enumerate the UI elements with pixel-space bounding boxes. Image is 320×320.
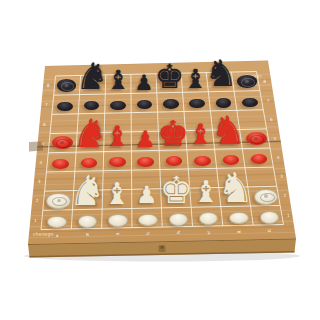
rank-label-left: 7 (45, 102, 48, 107)
file-label-bottom: ๘ (268, 228, 272, 233)
rank-label-right: 8 (263, 79, 266, 84)
clasp-hole (161, 246, 164, 249)
rank-label-left: 4 (39, 160, 42, 165)
file-label-bottom: ๖ (207, 230, 210, 235)
rank-label-right: 3 (280, 174, 283, 179)
rank-label-right: 1 (287, 213, 290, 218)
file-label-bottom: ๕ (177, 230, 181, 235)
rank-label-left: 1 (34, 218, 37, 223)
file-label-bottom: ๑ (56, 233, 59, 238)
file-label-bottom: ๔ (146, 231, 150, 236)
rank-label-right: 2 (284, 193, 287, 198)
rank-label-right: 4 (277, 155, 280, 160)
brand-text-bottom-left: chessgo (33, 231, 54, 236)
file-label-bottom: ๒ (86, 232, 89, 237)
rank-label-left: 6 (43, 122, 46, 127)
product-photo: 8877665544332211๑๒๓๔๕๖๗๘ chessgo chessgo… (0, 0, 320, 320)
rank-label-right: 7 (267, 98, 270, 103)
brand-text-top-right: chessgo (242, 74, 261, 79)
file-label-bottom: ๓ (116, 231, 119, 236)
file-label-bottom: ๗ (237, 229, 241, 234)
rank-label-right: 6 (270, 117, 273, 122)
rank-label-left: 2 (36, 198, 39, 203)
rank-label-left: 3 (38, 179, 41, 184)
rank-label-left: 5 (41, 141, 44, 146)
rank-label-left: 8 (47, 83, 50, 88)
rank-label-right: 5 (273, 136, 276, 141)
makruk-board: 8877665544332211๑๒๓๔๕๖๗๘ chessgo chessgo (0, 0, 320, 320)
